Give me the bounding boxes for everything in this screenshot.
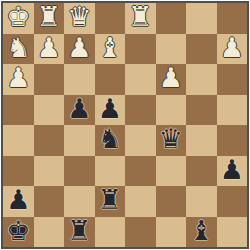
square-d7[interactable] <box>125 186 156 217</box>
piece-white-rook[interactable]: ♜ <box>37 3 61 32</box>
piece-white-rook[interactable]: ♜ <box>128 3 152 32</box>
chess-board: ♚♜♛♜♞♟♟♝♟♟♟♟♟♞♛♟♟♜♚♜♝ <box>3 3 247 247</box>
square-b3[interactable] <box>186 64 217 95</box>
piece-black-rook[interactable]: ♜ <box>67 217 91 246</box>
square-e3[interactable] <box>95 64 126 95</box>
square-d3[interactable] <box>125 64 156 95</box>
square-g2[interactable]: ♟ <box>34 34 65 65</box>
square-b8[interactable]: ♝ <box>186 217 217 248</box>
piece-white-bishop[interactable]: ♝ <box>98 34 122 63</box>
square-g4[interactable] <box>34 95 65 126</box>
square-e4[interactable]: ♟ <box>95 95 126 126</box>
square-a4[interactable] <box>217 95 248 126</box>
square-c8[interactable] <box>156 217 187 248</box>
square-h6[interactable] <box>3 156 34 187</box>
square-d8[interactable] <box>125 217 156 248</box>
piece-white-pawn[interactable]: ♟ <box>6 64 30 93</box>
square-e7[interactable]: ♜ <box>95 186 126 217</box>
square-d5[interactable] <box>125 125 156 156</box>
square-h8[interactable]: ♚ <box>3 217 34 248</box>
square-b7[interactable] <box>186 186 217 217</box>
square-e6[interactable] <box>95 156 126 187</box>
piece-black-king[interactable]: ♚ <box>6 217 30 246</box>
square-c1[interactable] <box>156 3 187 34</box>
square-b6[interactable] <box>186 156 217 187</box>
piece-black-queen[interactable]: ♛ <box>159 125 183 154</box>
square-a2[interactable]: ♟ <box>217 34 248 65</box>
square-f3[interactable] <box>64 64 95 95</box>
square-b5[interactable] <box>186 125 217 156</box>
square-c5[interactable]: ♛ <box>156 125 187 156</box>
square-a6[interactable]: ♟ <box>217 156 248 187</box>
square-b2[interactable] <box>186 34 217 65</box>
piece-white-knight[interactable]: ♞ <box>6 34 30 63</box>
square-a1[interactable] <box>217 3 248 34</box>
square-a7[interactable] <box>217 186 248 217</box>
square-c4[interactable] <box>156 95 187 126</box>
square-g3[interactable] <box>34 64 65 95</box>
piece-white-pawn[interactable]: ♟ <box>37 34 61 63</box>
piece-white-pawn[interactable]: ♟ <box>159 64 183 93</box>
piece-white-king[interactable]: ♚ <box>6 3 30 32</box>
square-g5[interactable] <box>34 125 65 156</box>
square-f1[interactable]: ♛ <box>64 3 95 34</box>
square-e8[interactable] <box>95 217 126 248</box>
piece-black-rook[interactable]: ♜ <box>98 186 122 215</box>
square-f7[interactable] <box>64 186 95 217</box>
square-f6[interactable] <box>64 156 95 187</box>
square-a8[interactable] <box>217 217 248 248</box>
square-h2[interactable]: ♞ <box>3 34 34 65</box>
piece-black-pawn[interactable]: ♟ <box>6 186 30 215</box>
square-g1[interactable]: ♜ <box>34 3 65 34</box>
square-f8[interactable]: ♜ <box>64 217 95 248</box>
square-f4[interactable]: ♟ <box>64 95 95 126</box>
square-g6[interactable] <box>34 156 65 187</box>
square-e2[interactable]: ♝ <box>95 34 126 65</box>
piece-white-pawn[interactable]: ♟ <box>220 34 244 63</box>
piece-black-bishop[interactable]: ♝ <box>189 217 213 246</box>
square-a3[interactable] <box>217 64 248 95</box>
square-h3[interactable]: ♟ <box>3 64 34 95</box>
piece-black-pawn[interactable]: ♟ <box>98 95 122 124</box>
chess-board-frame: ♚♜♛♜♞♟♟♝♟♟♟♟♟♞♛♟♟♜♚♜♝ <box>0 0 250 250</box>
square-a5[interactable] <box>217 125 248 156</box>
square-b1[interactable] <box>186 3 217 34</box>
piece-black-pawn[interactable]: ♟ <box>67 95 91 124</box>
square-d1[interactable]: ♜ <box>125 3 156 34</box>
square-b4[interactable] <box>186 95 217 126</box>
square-d6[interactable] <box>125 156 156 187</box>
square-g7[interactable] <box>34 186 65 217</box>
square-c6[interactable] <box>156 156 187 187</box>
square-f2[interactable]: ♟ <box>64 34 95 65</box>
piece-white-pawn[interactable]: ♟ <box>67 34 91 63</box>
square-h1[interactable]: ♚ <box>3 3 34 34</box>
square-g8[interactable] <box>34 217 65 248</box>
square-f5[interactable] <box>64 125 95 156</box>
square-h4[interactable] <box>3 95 34 126</box>
square-e5[interactable]: ♞ <box>95 125 126 156</box>
square-d2[interactable] <box>125 34 156 65</box>
square-d4[interactable] <box>125 95 156 126</box>
square-h7[interactable]: ♟ <box>3 186 34 217</box>
square-c2[interactable] <box>156 34 187 65</box>
square-e1[interactable] <box>95 3 126 34</box>
square-c3[interactable]: ♟ <box>156 64 187 95</box>
piece-black-pawn[interactable]: ♟ <box>220 156 244 185</box>
square-h5[interactable] <box>3 125 34 156</box>
square-c7[interactable] <box>156 186 187 217</box>
piece-white-queen[interactable]: ♛ <box>67 3 91 32</box>
piece-black-knight[interactable]: ♞ <box>98 125 122 154</box>
